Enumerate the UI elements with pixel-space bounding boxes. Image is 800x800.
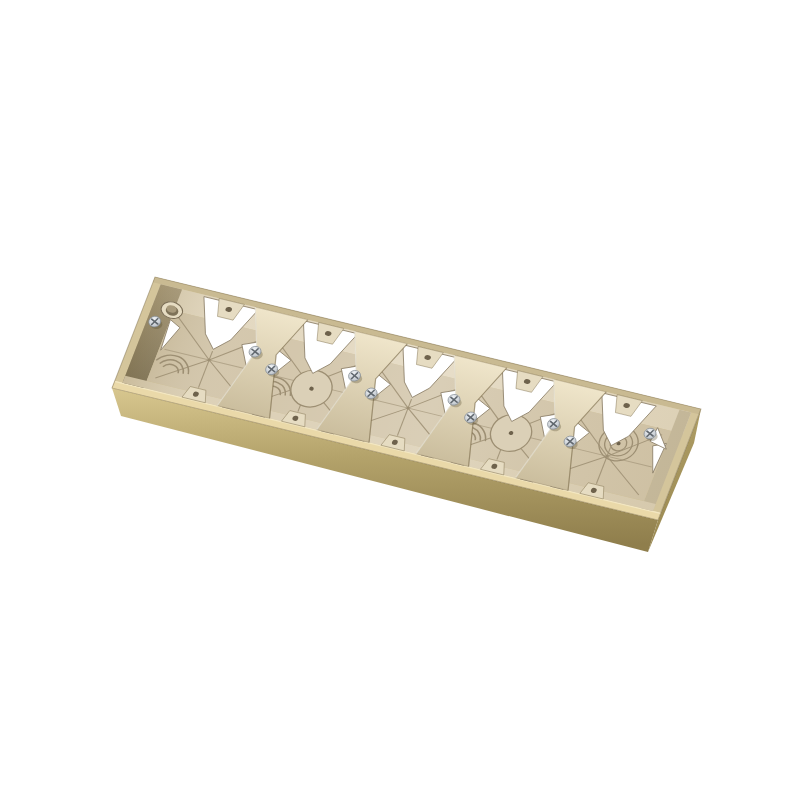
wall-box-product-photo xyxy=(0,0,800,800)
product-photo-stage xyxy=(0,0,800,800)
